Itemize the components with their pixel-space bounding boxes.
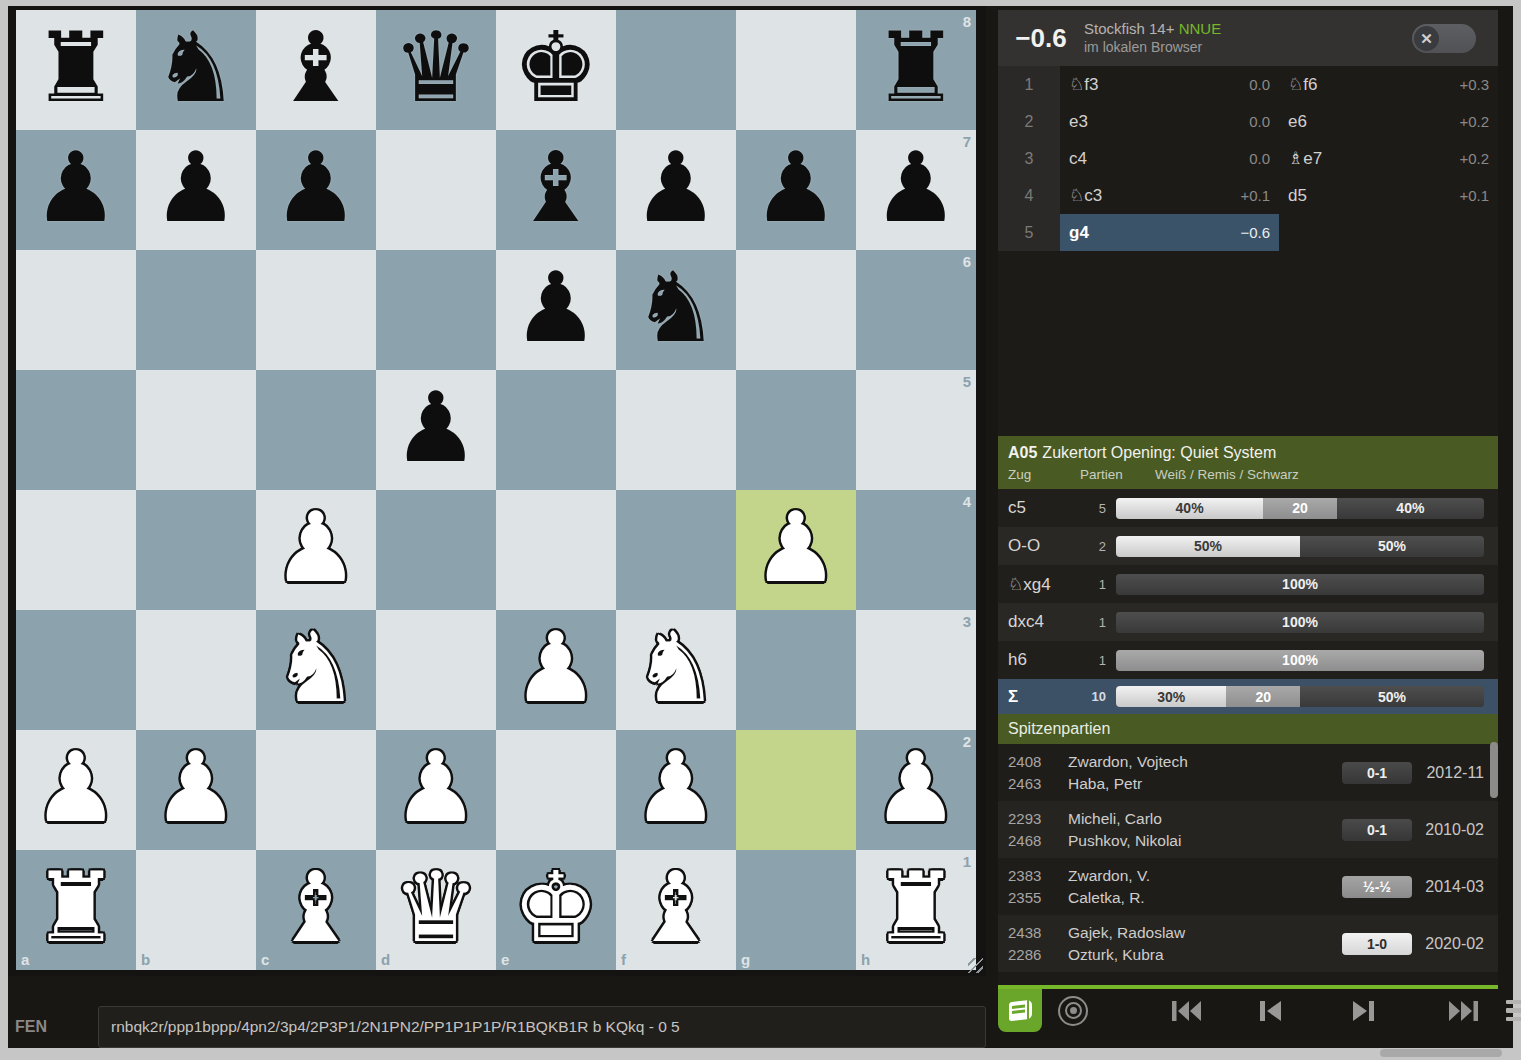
move-eval: +0.1 xyxy=(1459,187,1489,204)
result-badge: 0-1 xyxy=(1342,762,1412,784)
move-eval: +0.2 xyxy=(1459,113,1489,130)
record-icon[interactable] xyxy=(1058,996,1088,1026)
game-date: 2010-02 xyxy=(1412,821,1498,839)
black-move-cell[interactable]: e6+0.2 xyxy=(1279,103,1498,140)
bottom-toolbar xyxy=(998,985,1498,1032)
result-bar: 50%50% xyxy=(1116,536,1484,557)
game-date: 2012-11 xyxy=(1412,764,1498,782)
engine-name: Stockfish 14+ NNUE xyxy=(1084,19,1412,38)
square-e8[interactable]: ♚ xyxy=(496,10,616,130)
square-c8[interactable]: ♝ xyxy=(256,10,376,130)
square-g8[interactable] xyxy=(736,10,856,130)
rank-coordinate-7: 7 xyxy=(963,133,971,150)
square-d6[interactable] xyxy=(376,250,496,370)
black-pawn-f7[interactable]: ♟ xyxy=(616,130,736,250)
explorer-move-row[interactable]: ♘xg41100% xyxy=(998,565,1498,603)
nav-first-button[interactable] xyxy=(1170,997,1204,1025)
square-g6[interactable] xyxy=(736,250,856,370)
game-date: 2020-02 xyxy=(1412,935,1498,953)
square-g2[interactable] xyxy=(736,730,856,850)
square-e2[interactable] xyxy=(496,730,616,850)
opening-title: A05Zukertort Opening: Quiet System xyxy=(1008,441,1498,464)
move-eval: 0.0 xyxy=(1249,113,1270,130)
move-san: ♘f6 xyxy=(1288,74,1459,95)
move-list: 1♘f30.0♘f6+0.32e30.0e6+0.23c40.0♗e7+0.24… xyxy=(998,66,1498,436)
square-a6[interactable] xyxy=(16,250,136,370)
file-coordinate-f: f xyxy=(621,951,626,968)
board-frame: ♜♞♝♛♚♜8♟♟♟♝♟♟♟7♟♞6♟5♟♟4♞♟♞3♟♟♟♟♟2♜ab♝c♛d… xyxy=(8,6,986,976)
rank-coordinate-3: 3 xyxy=(963,613,971,630)
square-d4[interactable] xyxy=(376,490,496,610)
square-b8[interactable]: ♞ xyxy=(136,10,256,130)
explorer-move: ♘xg4 xyxy=(998,574,1076,595)
square-g1[interactable]: g xyxy=(736,850,856,970)
explorer-game-count: 5 xyxy=(1076,501,1106,516)
explorer-move-row[interactable]: h61100% xyxy=(998,641,1498,679)
square-a3[interactable] xyxy=(16,610,136,730)
black-knight-b8[interactable]: ♞ xyxy=(136,10,256,130)
nav-prev-button[interactable] xyxy=(1256,997,1284,1025)
square-e3[interactable]: ♟ xyxy=(496,610,616,730)
game-date: 2014-03 xyxy=(1412,878,1498,896)
result-badge: ½-½ xyxy=(1342,876,1412,898)
white-queen-d1[interactable]: ♛ xyxy=(376,850,496,970)
result-segment-black: 100% xyxy=(1116,612,1484,633)
player-ratings: 24082463 xyxy=(998,751,1054,795)
square-h3[interactable]: 3 xyxy=(856,610,976,730)
black-move-cell[interactable]: ♘f6+0.3 xyxy=(1279,66,1498,103)
square-h2[interactable]: ♟2 xyxy=(856,730,976,850)
file-coordinate-h: h xyxy=(861,951,870,968)
bottom-scrollbar-thumb[interactable] xyxy=(1380,1049,1502,1057)
top-game-row[interactable]: 24382286Gajek, RadoslawOzturk, Kubra1-02… xyxy=(998,915,1498,972)
engine-header: −0.6 Stockfish 14+ NNUE im lokalen Brows… xyxy=(998,10,1498,66)
square-b4[interactable] xyxy=(136,490,256,610)
move-san: ♘f3 xyxy=(1069,74,1249,95)
top-game-row[interactable]: 22932468Micheli, CarloPushkov, Nikolai0-… xyxy=(998,801,1498,858)
result-segment-black: 40% xyxy=(1337,498,1484,519)
sum-symbol: Σ xyxy=(998,687,1076,707)
white-knight-c3[interactable]: ♞ xyxy=(256,610,376,730)
square-h6[interactable]: 6 xyxy=(856,250,976,370)
square-f5[interactable] xyxy=(616,370,736,490)
white-move-cell[interactable]: c40.0 xyxy=(1060,140,1279,177)
col-zug: Zug xyxy=(1008,464,1080,485)
file-coordinate-a: a xyxy=(21,951,29,968)
black-king-e8[interactable]: ♚ xyxy=(496,10,616,130)
white-move-cell[interactable]: e30.0 xyxy=(1060,103,1279,140)
explorer-rows: c5540%2040%O-O250%50%♘xg41100%dxc41100%h… xyxy=(998,489,1498,679)
result-segment-black: 50% xyxy=(1300,686,1484,707)
black-pawn-b7[interactable]: ♟ xyxy=(136,130,256,250)
move-eval: +0.1 xyxy=(1240,187,1270,204)
result-bar: 100% xyxy=(1116,612,1484,633)
square-f7[interactable]: ♟ xyxy=(616,130,736,250)
rank-coordinate-5: 5 xyxy=(963,373,971,390)
square-c6[interactable] xyxy=(256,250,376,370)
square-a7[interactable]: ♟ xyxy=(16,130,136,250)
white-pawn-b2[interactable]: ♟ xyxy=(136,730,256,850)
top-game-row[interactable]: 24082463Zwardon, VojtechHaba, Petr0-1201… xyxy=(998,744,1498,801)
white-pawn-e3[interactable]: ♟ xyxy=(496,610,616,730)
eco-code: A05 xyxy=(1008,444,1037,461)
square-a1[interactable]: ♜a xyxy=(16,850,136,970)
player-ratings: 23832355 xyxy=(998,865,1054,909)
move-san: c4 xyxy=(1069,149,1249,169)
square-c7[interactable]: ♟ xyxy=(256,130,376,250)
white-pawn-a2[interactable]: ♟ xyxy=(16,730,136,850)
result-segment-draw: 20 xyxy=(1226,686,1300,707)
white-move-cell[interactable]: g4−0.6 xyxy=(1060,214,1279,251)
square-b7[interactable]: ♟ xyxy=(136,130,256,250)
book-icon xyxy=(1009,1000,1032,1021)
white-king-e1[interactable]: ♚ xyxy=(496,850,616,970)
square-d1[interactable]: ♛d xyxy=(376,850,496,970)
app-content: ♜♞♝♛♚♜8♟♟♟♝♟♟♟7♟♞6♟5♟♟4♞♟♞3♟♟♟♟♟2♜ab♝c♛d… xyxy=(8,6,1513,1048)
square-f2[interactable]: ♟ xyxy=(616,730,736,850)
file-coordinate-g: g xyxy=(741,951,750,968)
explorer-move-row[interactable]: dxc41100% xyxy=(998,603,1498,641)
square-d8[interactable]: ♛ xyxy=(376,10,496,130)
rank-coordinate-1: 1 xyxy=(963,853,971,870)
move-number: 1 xyxy=(998,76,1060,94)
square-c4[interactable]: ♟ xyxy=(256,490,376,610)
square-e1[interactable]: ♚e xyxy=(496,850,616,970)
rank-coordinate-8: 8 xyxy=(963,13,971,30)
nav-last-button[interactable] xyxy=(1446,997,1480,1025)
sum-result-bar: 30%2050% xyxy=(1116,686,1484,707)
square-f6[interactable]: ♞ xyxy=(616,250,736,370)
top-games-header: Spitzenpartien xyxy=(998,714,1498,744)
square-a2[interactable]: ♟ xyxy=(16,730,136,850)
explorer-sum-row: Σ 10 30%2050% xyxy=(998,679,1498,714)
menu-hamburger-button[interactable] xyxy=(1506,1000,1521,1022)
square-h1[interactable]: ♜1h xyxy=(856,850,976,970)
black-queen-d8[interactable]: ♛ xyxy=(376,10,496,130)
move-eval: 0.0 xyxy=(1249,150,1270,167)
black-pawn-d5[interactable]: ♟ xyxy=(376,370,496,490)
square-b5[interactable] xyxy=(136,370,256,490)
black-pawn-g7[interactable]: ♟ xyxy=(736,130,856,250)
square-f4[interactable] xyxy=(616,490,736,610)
black-pawn-e6[interactable]: ♟ xyxy=(496,250,616,370)
player-names: Zwardon, VojtechHaba, Petr xyxy=(1054,751,1342,795)
square-d7[interactable] xyxy=(376,130,496,250)
board-resize-handle[interactable] xyxy=(968,958,983,973)
engine-eval: −0.6 xyxy=(998,23,1084,54)
square-c3[interactable]: ♞ xyxy=(256,610,376,730)
top-games-list: 24082463Zwardon, VojtechHaba, Petr0-1201… xyxy=(998,744,1498,972)
square-g7[interactable]: ♟ xyxy=(736,130,856,250)
move-number: 3 xyxy=(998,150,1060,168)
result-segment-white: 50% xyxy=(1116,536,1300,557)
black-move-cell[interactable]: d5+0.1 xyxy=(1279,177,1498,214)
black-bishop-c8[interactable]: ♝ xyxy=(256,10,376,130)
move-eval: +0.3 xyxy=(1459,76,1489,93)
explorer-move: dxc4 xyxy=(998,612,1076,632)
black-move-cell[interactable]: ♗e7+0.2 xyxy=(1279,140,1498,177)
square-b3[interactable] xyxy=(136,610,256,730)
explorer-move: c5 xyxy=(998,498,1076,518)
square-h8[interactable]: ♜8 xyxy=(856,10,976,130)
explorer-move-row[interactable]: c5540%2040% xyxy=(998,489,1498,527)
rank-coordinate-6: 6 xyxy=(963,253,971,270)
move-number: 5 xyxy=(998,224,1060,242)
square-e4[interactable] xyxy=(496,490,616,610)
player-ratings: 22932468 xyxy=(998,808,1054,852)
square-e6[interactable]: ♟ xyxy=(496,250,616,370)
result-bar: 100% xyxy=(1116,650,1484,671)
black-bishop-e7[interactable]: ♝ xyxy=(496,130,616,250)
square-a8[interactable]: ♜ xyxy=(16,10,136,130)
explorer-game-count: 2 xyxy=(1076,539,1106,554)
move-number: 4 xyxy=(998,187,1060,205)
black-pawn-h7[interactable]: ♟ xyxy=(856,130,976,250)
panel-scrollbar-thumb[interactable] xyxy=(1490,742,1498,798)
black-pawn-a7[interactable]: ♟ xyxy=(16,130,136,250)
toggle-x-icon: ✕ xyxy=(1414,26,1439,51)
move-san: ♗e7 xyxy=(1288,148,1459,169)
white-rook-h1[interactable]: ♜ xyxy=(856,850,976,970)
move-eval: −0.6 xyxy=(1240,224,1270,241)
square-c2[interactable] xyxy=(256,730,376,850)
square-g3[interactable] xyxy=(736,610,856,730)
white-bishop-c1[interactable]: ♝ xyxy=(256,850,376,970)
nav-next-button[interactable] xyxy=(1350,997,1378,1025)
result-segment-black: 100% xyxy=(1116,574,1484,595)
black-pawn-c7[interactable]: ♟ xyxy=(256,130,376,250)
square-d5[interactable]: ♟ xyxy=(376,370,496,490)
white-move-cell[interactable]: ♘f30.0 xyxy=(1060,66,1279,103)
move-san: g4 xyxy=(1069,223,1240,243)
explorer-game-count: 1 xyxy=(1076,615,1106,630)
explorer-game-count: 1 xyxy=(1076,577,1106,592)
top-game-row[interactable]: 23832355Zwardon, V.Caletka, R.½-½2014-03 xyxy=(998,858,1498,915)
result-bar: 40%2040% xyxy=(1116,498,1484,519)
explorer-move-row[interactable]: O-O250%50% xyxy=(998,527,1498,565)
square-b2[interactable]: ♟ xyxy=(136,730,256,850)
white-pawn-g4[interactable]: ♟ xyxy=(736,490,856,610)
square-f1[interactable]: ♝f xyxy=(616,850,736,970)
square-h5[interactable]: 5 xyxy=(856,370,976,490)
square-c1[interactable]: ♝c xyxy=(256,850,376,970)
player-names: Zwardon, V.Caletka, R. xyxy=(1054,865,1342,909)
move-row: 4♘c3+0.1d5+0.1 xyxy=(998,177,1498,214)
square-f3[interactable]: ♞ xyxy=(616,610,736,730)
result-bar: 100% xyxy=(1116,574,1484,595)
rank-coordinate-2: 2 xyxy=(963,733,971,750)
explorer-move: O-O xyxy=(998,536,1076,556)
square-d3[interactable] xyxy=(376,610,496,730)
player-names: Micheli, CarloPushkov, Nikolai xyxy=(1054,808,1342,852)
nnue-badge: NNUE xyxy=(1179,20,1222,37)
white-pawn-c4[interactable]: ♟ xyxy=(256,490,376,610)
white-knight-f3[interactable]: ♞ xyxy=(616,610,736,730)
white-bishop-f1[interactable]: ♝ xyxy=(616,850,736,970)
move-row: 2e30.0e6+0.2 xyxy=(998,103,1498,140)
fen-label: FEN xyxy=(15,1018,47,1036)
move-row: 3c40.0♗e7+0.2 xyxy=(998,140,1498,177)
file-coordinate-e: e xyxy=(501,951,509,968)
black-rook-a8[interactable]: ♜ xyxy=(16,10,136,130)
move-eval: 0.0 xyxy=(1249,76,1270,93)
result-segment-white: 30% xyxy=(1116,686,1226,707)
analysis-panel: −0.6 Stockfish 14+ NNUE im lokalen Brows… xyxy=(998,10,1498,1032)
result-badge: 0-1 xyxy=(1342,819,1412,841)
file-coordinate-b: b xyxy=(141,951,150,968)
player-ratings: 24382286 xyxy=(998,922,1054,966)
result-segment-white: 40% xyxy=(1116,498,1263,519)
square-a5[interactable] xyxy=(16,370,136,490)
square-d2[interactable]: ♟ xyxy=(376,730,496,850)
black-knight-f6[interactable]: ♞ xyxy=(616,250,736,370)
sum-games: 10 xyxy=(1076,689,1106,704)
move-san: ♘c3 xyxy=(1069,185,1240,206)
result-segment-draw: 20 xyxy=(1263,498,1337,519)
result-segment-draw: 100% xyxy=(1116,650,1484,671)
square-h7[interactable]: ♟7 xyxy=(856,130,976,250)
explorer-move: h6 xyxy=(998,650,1076,670)
square-e5[interactable] xyxy=(496,370,616,490)
fen-input[interactable] xyxy=(98,1006,986,1048)
square-g4[interactable]: ♟ xyxy=(736,490,856,610)
move-san: d5 xyxy=(1288,186,1459,206)
col-results: Weiß / Remis / Schwarz xyxy=(1155,464,1299,485)
square-c5[interactable] xyxy=(256,370,376,490)
white-rook-a1[interactable]: ♜ xyxy=(16,850,136,970)
player-names: Gajek, RadoslawOzturk, Kubra xyxy=(1054,922,1342,966)
move-number: 2 xyxy=(998,113,1060,131)
white-pawn-h2[interactable]: ♟ xyxy=(856,730,976,850)
engine-toggle-switch[interactable]: ✕ xyxy=(1412,24,1476,53)
engine-subtitle: im lokalen Browser xyxy=(1084,38,1412,57)
explorer-columns: Zug Partien Weiß / Remis / Schwarz xyxy=(1008,464,1498,485)
square-g5[interactable] xyxy=(736,370,856,490)
chess-board[interactable]: ♜♞♝♛♚♜8♟♟♟♝♟♟♟7♟♞6♟5♟♟4♞♟♞3♟♟♟♟♟2♜ab♝c♛d… xyxy=(16,10,976,970)
explorer-game-count: 1 xyxy=(1076,653,1106,668)
black-move-cell xyxy=(1279,214,1498,251)
square-f8[interactable] xyxy=(616,10,736,130)
square-h4[interactable]: 4 xyxy=(856,490,976,610)
opening-explorer-header: A05Zukertort Opening: Quiet System Zug P… xyxy=(998,436,1498,489)
move-row: 1♘f30.0♘f6+0.3 xyxy=(998,66,1498,103)
file-coordinate-c: c xyxy=(261,951,269,968)
square-e7[interactable]: ♝ xyxy=(496,130,616,250)
rank-coordinate-4: 4 xyxy=(963,493,971,510)
square-b1[interactable]: b xyxy=(136,850,256,970)
move-row: 5g4−0.6 xyxy=(998,214,1498,251)
square-b6[interactable] xyxy=(136,250,256,370)
move-san: e3 xyxy=(1069,112,1249,132)
black-rook-h8[interactable]: ♜ xyxy=(856,10,976,130)
result-badge: 1-0 xyxy=(1342,933,1412,955)
white-pawn-f2[interactable]: ♟ xyxy=(616,730,736,850)
move-san: e6 xyxy=(1288,112,1459,132)
white-pawn-d2[interactable]: ♟ xyxy=(376,730,496,850)
file-coordinate-d: d xyxy=(381,951,390,968)
white-move-cell[interactable]: ♘c3+0.1 xyxy=(1060,177,1279,214)
opening-book-button[interactable] xyxy=(998,989,1042,1032)
col-partien: Partien xyxy=(1080,464,1155,485)
square-a4[interactable] xyxy=(16,490,136,610)
result-segment-black: 50% xyxy=(1300,536,1484,557)
move-eval: +0.2 xyxy=(1459,150,1489,167)
